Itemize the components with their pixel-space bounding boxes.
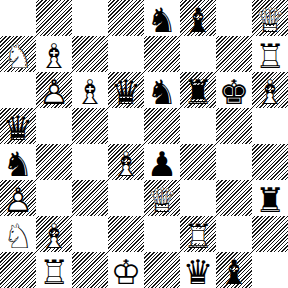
square-g2[interactable] xyxy=(216,216,252,252)
white-bishop-icon: ♗ xyxy=(252,72,288,108)
white-rook-icon: ♖ xyxy=(180,216,216,252)
square-f3[interactable] xyxy=(180,180,216,216)
square-f1[interactable]: ♕♛ xyxy=(180,252,216,288)
square-d8[interactable] xyxy=(108,0,144,36)
white-rook-icon: ♖ xyxy=(252,36,288,72)
square-d3[interactable] xyxy=(108,180,144,216)
white-knight-icon: ♘ xyxy=(0,36,36,72)
square-b7[interactable]: ♝♗ xyxy=(36,36,72,72)
square-c7[interactable] xyxy=(72,36,108,72)
square-g5[interactable] xyxy=(216,108,252,144)
white-rook-icon: ♖ xyxy=(36,252,72,288)
white-queen-icon: ♕ xyxy=(144,180,180,216)
square-a6[interactable] xyxy=(0,72,36,108)
square-d2[interactable] xyxy=(108,216,144,252)
white-pawn-icon: ♙ xyxy=(36,72,72,108)
square-c6[interactable]: ♝♗ xyxy=(72,72,108,108)
white-queen-icon: ♕ xyxy=(252,0,288,36)
square-b6[interactable]: ♟♙ xyxy=(36,72,72,108)
square-h7[interactable]: ♜♖ xyxy=(252,36,288,72)
square-a5[interactable]: ♕♛ xyxy=(0,108,36,144)
black-queen-icon: ♛ xyxy=(180,252,216,288)
black-bishop-icon: ♝ xyxy=(216,252,252,288)
square-c3[interactable] xyxy=(72,180,108,216)
square-g1[interactable]: ♗♝ xyxy=(216,252,252,288)
square-b1[interactable]: ♜♖ xyxy=(36,252,72,288)
black-pawn-icon: ♟ xyxy=(144,144,180,180)
square-e6[interactable]: ♘♞ xyxy=(144,72,180,108)
square-g4[interactable] xyxy=(216,144,252,180)
square-c4[interactable] xyxy=(72,144,108,180)
white-bishop-icon: ♗ xyxy=(36,36,72,72)
square-f7[interactable] xyxy=(180,36,216,72)
square-d6[interactable]: ♕♛ xyxy=(108,72,144,108)
square-c5[interactable] xyxy=(72,108,108,144)
chess-board: ♘♞♗♝♛♕♞♘♝♗♜♖♟♙♝♗♕♛♘♞♖♜♔♚♝♗♕♛♘♞♝♗♙♟♟♙♛♕♖♜… xyxy=(0,0,288,288)
square-f5[interactable] xyxy=(180,108,216,144)
square-h3[interactable]: ♖♜ xyxy=(252,180,288,216)
square-a3[interactable]: ♟♙ xyxy=(0,180,36,216)
white-bishop-icon: ♗ xyxy=(108,144,144,180)
square-a1[interactable] xyxy=(0,252,36,288)
square-f6[interactable]: ♖♜ xyxy=(180,72,216,108)
black-queen-icon: ♛ xyxy=(108,72,144,108)
square-h8[interactable]: ♛♕ xyxy=(252,0,288,36)
square-b4[interactable] xyxy=(36,144,72,180)
white-bishop-icon: ♗ xyxy=(36,216,72,252)
square-c2[interactable] xyxy=(72,216,108,252)
black-queen-icon: ♛ xyxy=(0,108,36,144)
square-e2[interactable] xyxy=(144,216,180,252)
black-rook-icon: ♜ xyxy=(252,180,288,216)
square-d7[interactable] xyxy=(108,36,144,72)
black-knight-icon: ♞ xyxy=(144,0,180,36)
square-h2[interactable] xyxy=(252,216,288,252)
square-b5[interactable] xyxy=(36,108,72,144)
square-f8[interactable]: ♗♝ xyxy=(180,0,216,36)
white-king-icon: ♔ xyxy=(108,252,144,288)
square-f2[interactable]: ♜♖ xyxy=(180,216,216,252)
square-g6[interactable]: ♔♚ xyxy=(216,72,252,108)
square-e8[interactable]: ♘♞ xyxy=(144,0,180,36)
white-knight-icon: ♘ xyxy=(0,216,36,252)
square-h1[interactable] xyxy=(252,252,288,288)
square-a8[interactable] xyxy=(0,0,36,36)
white-bishop-icon: ♗ xyxy=(72,72,108,108)
square-a2[interactable]: ♞♘ xyxy=(0,216,36,252)
square-f4[interactable] xyxy=(180,144,216,180)
square-b2[interactable]: ♝♗ xyxy=(36,216,72,252)
black-king-icon: ♚ xyxy=(216,72,252,108)
square-a4[interactable]: ♘♞ xyxy=(0,144,36,180)
square-h5[interactable] xyxy=(252,108,288,144)
black-knight-icon: ♞ xyxy=(144,72,180,108)
black-bishop-icon: ♝ xyxy=(180,0,216,36)
square-e7[interactable] xyxy=(144,36,180,72)
square-e1[interactable] xyxy=(144,252,180,288)
square-e3[interactable]: ♛♕ xyxy=(144,180,180,216)
square-b3[interactable] xyxy=(36,180,72,216)
square-d5[interactable] xyxy=(108,108,144,144)
white-pawn-icon: ♙ xyxy=(0,180,36,216)
square-g7[interactable] xyxy=(216,36,252,72)
square-c1[interactable] xyxy=(72,252,108,288)
square-g3[interactable] xyxy=(216,180,252,216)
square-g8[interactable] xyxy=(216,0,252,36)
square-h6[interactable]: ♝♗ xyxy=(252,72,288,108)
square-a7[interactable]: ♞♘ xyxy=(0,36,36,72)
square-e5[interactable] xyxy=(144,108,180,144)
square-b8[interactable] xyxy=(36,0,72,36)
square-d4[interactable]: ♝♗ xyxy=(108,144,144,180)
square-h4[interactable] xyxy=(252,144,288,180)
black-rook-icon: ♜ xyxy=(180,72,216,108)
black-knight-icon: ♞ xyxy=(0,144,36,180)
square-d1[interactable]: ♚♔ xyxy=(108,252,144,288)
square-e4[interactable]: ♙♟ xyxy=(144,144,180,180)
square-c8[interactable] xyxy=(72,0,108,36)
